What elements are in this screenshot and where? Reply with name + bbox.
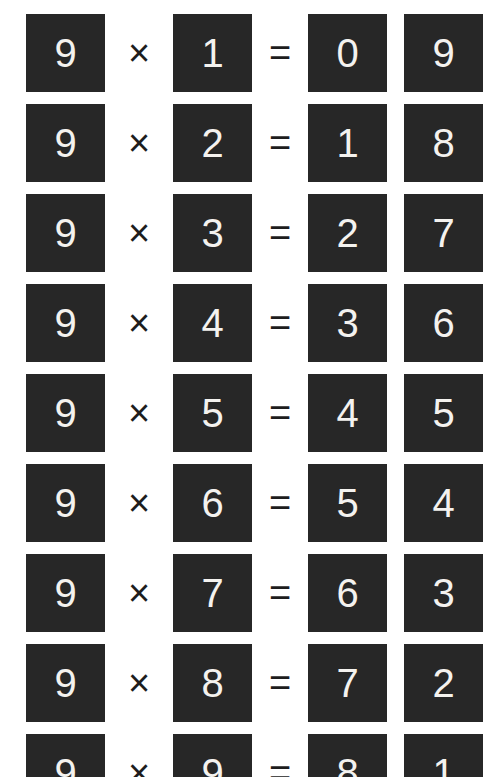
product-ones-tile[interactable]: 5	[404, 374, 483, 452]
equation-row: 9 × 7 = 6 3	[26, 554, 497, 632]
multiplier-tile[interactable]: 9	[173, 734, 252, 777]
equation-row: 9 × 1 = 0 9	[26, 14, 497, 92]
multiplicand-tile[interactable]: 9	[26, 104, 105, 182]
product-tens-tile[interactable]: 5	[308, 464, 387, 542]
product-tens-tile[interactable]: 0	[308, 14, 387, 92]
multiply-sign: ×	[105, 464, 173, 542]
multiplier-tile[interactable]: 3	[173, 194, 252, 272]
equals-sign: =	[252, 104, 308, 182]
product-ones-tile[interactable]: 6	[404, 284, 483, 362]
multiplier-tile[interactable]: 4	[173, 284, 252, 362]
equals-sign: =	[252, 464, 308, 542]
equation-row: 9 × 4 = 3 6	[26, 284, 497, 362]
multiplicand-tile[interactable]: 9	[26, 464, 105, 542]
multiply-sign: ×	[105, 644, 173, 722]
multiplier-tile[interactable]: 1	[173, 14, 252, 92]
multiplier-tile[interactable]: 5	[173, 374, 252, 452]
multiplicand-tile[interactable]: 9	[26, 554, 105, 632]
product-ones-tile[interactable]: 8	[404, 104, 483, 182]
multiplicand-tile[interactable]: 9	[26, 284, 105, 362]
product-tens-tile[interactable]: 3	[308, 284, 387, 362]
multiply-sign: ×	[105, 14, 173, 92]
product-tens-tile[interactable]: 8	[308, 734, 387, 777]
equation-row: 9 × 2 = 1 8	[26, 104, 497, 182]
multiply-sign: ×	[105, 734, 173, 777]
multiplicand-tile[interactable]: 9	[26, 374, 105, 452]
product-tens-tile[interactable]: 7	[308, 644, 387, 722]
multiplicand-tile[interactable]: 9	[26, 644, 105, 722]
equals-sign: =	[252, 374, 308, 452]
equals-sign: =	[252, 194, 308, 272]
multiply-sign: ×	[105, 554, 173, 632]
multiplicand-tile[interactable]: 9	[26, 14, 105, 92]
equals-sign: =	[252, 554, 308, 632]
equals-sign: =	[252, 644, 308, 722]
multiplicand-tile[interactable]: 9	[26, 194, 105, 272]
equals-sign: =	[252, 734, 308, 777]
multiply-sign: ×	[105, 104, 173, 182]
product-tens-tile[interactable]: 2	[308, 194, 387, 272]
product-tens-tile[interactable]: 1	[308, 104, 387, 182]
equals-sign: =	[252, 284, 308, 362]
product-ones-tile[interactable]: 7	[404, 194, 483, 272]
equation-row: 9 × 9 = 8 1	[26, 734, 497, 777]
product-ones-tile[interactable]: 1	[404, 734, 483, 777]
multiplier-tile[interactable]: 8	[173, 644, 252, 722]
equals-sign: =	[252, 14, 308, 92]
times-table-board: 9 × 1 = 0 9 9 × 2 = 1 8 9 × 3 = 2 7 9 × …	[0, 0, 497, 777]
multiply-sign: ×	[105, 194, 173, 272]
product-ones-tile[interactable]: 9	[404, 14, 483, 92]
product-ones-tile[interactable]: 2	[404, 644, 483, 722]
equation-row: 9 × 6 = 5 4	[26, 464, 497, 542]
equation-row: 9 × 5 = 4 5	[26, 374, 497, 452]
product-tens-tile[interactable]: 6	[308, 554, 387, 632]
equation-row: 9 × 3 = 2 7	[26, 194, 497, 272]
multiplier-tile[interactable]: 2	[173, 104, 252, 182]
equation-row: 9 × 8 = 7 2	[26, 644, 497, 722]
product-ones-tile[interactable]: 4	[404, 464, 483, 542]
multiplicand-tile[interactable]: 9	[26, 734, 105, 777]
multiplier-tile[interactable]: 6	[173, 464, 252, 542]
product-tens-tile[interactable]: 4	[308, 374, 387, 452]
multiply-sign: ×	[105, 284, 173, 362]
multiply-sign: ×	[105, 374, 173, 452]
multiplier-tile[interactable]: 7	[173, 554, 252, 632]
product-ones-tile[interactable]: 3	[404, 554, 483, 632]
